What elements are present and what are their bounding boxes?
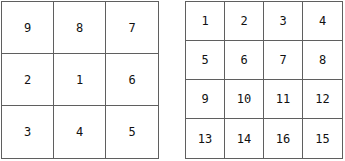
- cell-board-4x4-r1c2: 2: [225, 2, 264, 41]
- cell-board-3x3-r3c1: 3: [2, 106, 54, 158]
- cell-board-4x4-r3c2: 10: [225, 80, 264, 119]
- cell-board-4x4-r4c4: 15: [303, 119, 342, 158]
- cell-board-3x3-r2c2: 1: [54, 54, 106, 106]
- cell-board-4x4-r4c3: 16: [264, 119, 303, 158]
- cell-board-4x4-r3c1: 9: [186, 80, 225, 119]
- board-3x3: 987216345: [1, 1, 159, 159]
- cell-board-4x4-r3c4: 12: [303, 80, 342, 119]
- cell-board-3x3-r1c2: 8: [54, 2, 106, 54]
- cell-board-3x3-r1c3: 7: [106, 2, 158, 54]
- cell-board-4x4-r4c1: 13: [186, 119, 225, 158]
- board-4x4: 12345678910111213141615: [185, 1, 343, 159]
- cell-board-3x3-r3c3: 5: [106, 106, 158, 158]
- cell-board-3x3-r2c1: 2: [2, 54, 54, 106]
- cell-board-4x4-r3c3: 11: [264, 80, 303, 119]
- cell-board-4x4-r2c4: 8: [303, 41, 342, 80]
- cell-board-4x4-r2c1: 5: [186, 41, 225, 80]
- cell-board-4x4-r2c2: 6: [225, 41, 264, 80]
- cell-board-4x4-r1c3: 3: [264, 2, 303, 41]
- cell-board-4x4-r1c4: 4: [303, 2, 342, 41]
- cell-board-4x4-r2c3: 7: [264, 41, 303, 80]
- puzzle-diagram: 987216345 12345678910111213141615: [0, 0, 345, 161]
- cell-board-4x4-r4c2: 14: [225, 119, 264, 158]
- cell-board-3x3-r3c2: 4: [54, 106, 106, 158]
- cell-board-4x4-r1c1: 1: [186, 2, 225, 41]
- cell-board-3x3-r1c1: 9: [2, 2, 54, 54]
- cell-board-3x3-r2c3: 6: [106, 54, 158, 106]
